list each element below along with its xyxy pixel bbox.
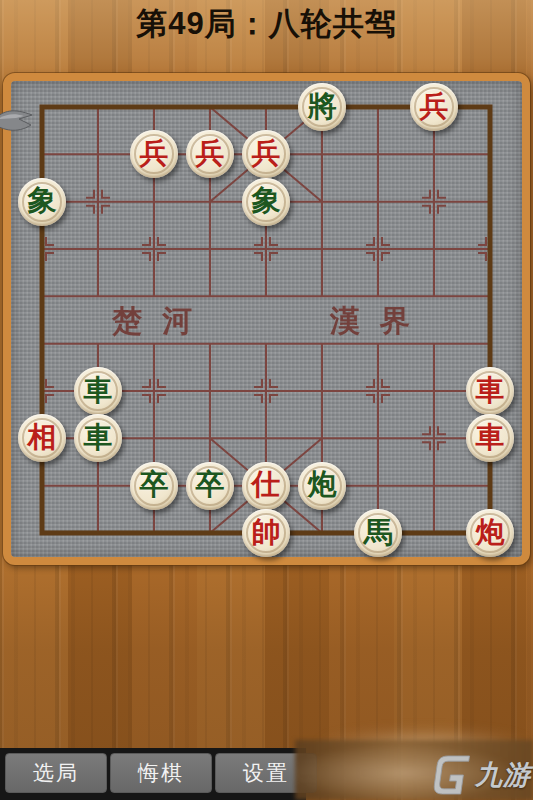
piece-green-general[interactable]: 將 [298,83,346,131]
piece-green-elephant[interactable]: 象 [18,178,66,226]
piece-red-advisor[interactable]: 仕 [242,462,290,510]
piece-character: 卒 [196,470,225,499]
app-screen: 第49局：八轮共驾 楚河 漢界 將兵兵兵兵象象車車相車車卒卒仕炮帥馬炮 选局 悔… [0,0,533,800]
piece-character: 帥 [252,518,281,547]
piece-character: 兵 [196,139,225,168]
bottom-toolbar: 选局 悔棋 设置 [0,748,306,800]
piece-character: 兵 [420,92,449,121]
piece-red-chariot[interactable]: 車 [466,414,514,462]
piece-red-elephant[interactable]: 相 [18,414,66,462]
watermark-text: 九游 [475,757,531,793]
piece-character: 兵 [140,139,169,168]
piece-red-cannon[interactable]: 炮 [466,509,514,557]
piece-character: 馬 [364,518,393,547]
piece-green-cannon[interactable]: 炮 [298,462,346,510]
piece-green-elephant[interactable]: 象 [242,178,290,226]
piece-red-general[interactable]: 帥 [242,509,290,557]
piece-character: 車 [476,376,505,405]
piece-red-soldier[interactable]: 兵 [130,130,178,178]
blur-highlight [290,680,533,760]
piece-character: 炮 [308,470,337,499]
piece-character: 卒 [140,470,169,499]
jiuyou-watermark: 九游 [434,750,531,800]
piece-character: 兵 [252,139,281,168]
piece-character: 將 [308,92,337,121]
piece-character: 炮 [476,518,505,547]
piece-red-soldier[interactable]: 兵 [186,130,234,178]
piece-green-soldier[interactable]: 卒 [186,462,234,510]
settings-button[interactable]: 设置 [215,753,317,793]
select-game-button[interactable]: 选局 [5,753,107,793]
piece-character: 車 [476,423,505,452]
piece-character: 象 [28,186,57,215]
piece-character: 相 [28,423,57,452]
piece-character: 車 [84,423,113,452]
piece-green-horse[interactable]: 馬 [354,509,402,557]
bird-icon [0,106,36,140]
piece-red-soldier[interactable]: 兵 [242,130,290,178]
piece-character: 車 [84,376,113,405]
game-title: 第49局：八轮共驾 [0,3,533,45]
jiuyou-logo-icon [431,753,475,797]
piece-character: 象 [252,186,281,215]
pieces-layer: 將兵兵兵兵象象車車相車車卒卒仕炮帥馬炮 [14,83,518,556]
undo-move-button[interactable]: 悔棋 [110,753,212,793]
piece-green-soldier[interactable]: 卒 [130,462,178,510]
piece-red-chariot[interactable]: 車 [466,367,514,415]
piece-character: 仕 [252,470,281,499]
piece-red-soldier[interactable]: 兵 [410,83,458,131]
piece-green-chariot[interactable]: 車 [74,414,122,462]
piece-green-chariot[interactable]: 車 [74,367,122,415]
